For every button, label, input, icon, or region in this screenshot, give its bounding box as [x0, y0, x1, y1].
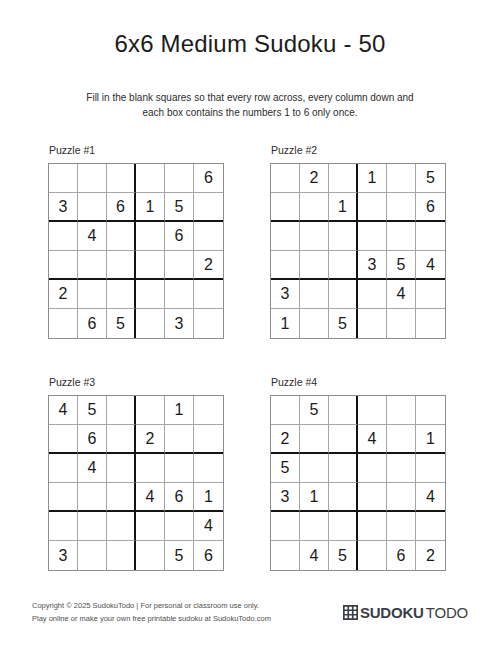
sudoku-cell: 3 [358, 251, 387, 280]
sudoku-cell: 4 [194, 512, 223, 541]
sudoku-cell [271, 541, 300, 570]
sudoku-cell: 2 [300, 164, 329, 193]
sudoku-cell [194, 454, 223, 483]
sudoku-cell [107, 425, 136, 454]
sudoku-cell [271, 512, 300, 541]
sudoku-cell [49, 425, 78, 454]
sudoku-cell [271, 222, 300, 251]
sudoku-cell: 5 [387, 251, 416, 280]
sudoku-cell [300, 193, 329, 222]
sudoku-cell: 4 [416, 483, 445, 512]
sudoku-cell [416, 454, 445, 483]
printable-sudoku-page: 6x6 Medium Sudoku - 50 Fill in the blank… [0, 0, 500, 647]
sudoku-cell: 6 [194, 541, 223, 570]
sudoku-cell [300, 222, 329, 251]
sudoku-cell [49, 251, 78, 280]
sudoku-cell [165, 251, 194, 280]
sudoku-cell: 1 [271, 309, 300, 338]
sudoku-cell: 2 [49, 280, 78, 309]
sudoku-cell [358, 396, 387, 425]
sudoku-board: 215163543415 [270, 163, 446, 339]
instructions-line-1: Fill in the blank squares so that every … [0, 90, 500, 105]
sudoku-cell [300, 280, 329, 309]
copyright-line-2: Play online or make your own free printa… [32, 612, 271, 625]
sudoku-board: 4516244614356 [48, 395, 224, 571]
sudoku-cell [78, 251, 107, 280]
sudoku-cell [49, 454, 78, 483]
sudoku-cell [136, 280, 165, 309]
sudoku-cell [49, 512, 78, 541]
sudoku-cell [165, 164, 194, 193]
puzzle-label: Puzzle #1 [49, 145, 224, 156]
sudoku-cell [387, 483, 416, 512]
sudoku-cell [271, 164, 300, 193]
sudoku-cell: 4 [49, 396, 78, 425]
footer-copyright: Copyright © 2025 SudokuTodo | For person… [32, 599, 271, 625]
sudoku-cell: 1 [194, 483, 223, 512]
sudoku-cell [329, 512, 358, 541]
sudoku-cell [300, 251, 329, 280]
sudoku-cell [107, 164, 136, 193]
sudoku-cell: 6 [194, 164, 223, 193]
puzzle-block-2: Puzzle #2 215163543415 [270, 145, 446, 339]
sudoku-cell: 6 [107, 193, 136, 222]
sudoku-cell: 1 [329, 193, 358, 222]
sudoku-cell: 5 [78, 396, 107, 425]
puzzle-label: Puzzle #2 [271, 145, 446, 156]
sudoku-cell [387, 425, 416, 454]
sudoku-cell [358, 512, 387, 541]
sudoku-cell [136, 541, 165, 570]
sudoku-cell [416, 222, 445, 251]
page-title: 6x6 Medium Sudoku - 50 [0, 30, 500, 58]
sudoku-cell [136, 164, 165, 193]
sudoku-cell [136, 251, 165, 280]
copyright-line-1: Copyright © 2025 SudokuTodo | For person… [32, 599, 271, 612]
sudoku-cell [358, 280, 387, 309]
sudoku-cell [358, 309, 387, 338]
sudoku-cell [271, 396, 300, 425]
puzzle-block-1: Puzzle #1 636154622653 [48, 145, 224, 339]
sudoku-cell [387, 222, 416, 251]
sudoku-cell [165, 280, 194, 309]
sudoku-cell [78, 541, 107, 570]
sudoku-board: 636154622653 [48, 163, 224, 339]
instructions: Fill in the blank squares so that every … [0, 90, 500, 120]
sudoku-cell [387, 396, 416, 425]
sudoku-cell: 6 [78, 309, 107, 338]
sudoku-cell [136, 512, 165, 541]
sudoku-cell [329, 222, 358, 251]
sudoku-cell: 4 [78, 454, 107, 483]
sudoku-cell [49, 483, 78, 512]
sudoku-cell: 1 [416, 425, 445, 454]
sudoku-cell [136, 222, 165, 251]
sudoku-cell: 4 [136, 483, 165, 512]
sudoku-cell: 1 [300, 483, 329, 512]
sudoku-cell [78, 512, 107, 541]
sudoku-cell [165, 454, 194, 483]
sudoku-cell [194, 193, 223, 222]
sudoku-cell [358, 454, 387, 483]
sudoku-cell: 5 [329, 541, 358, 570]
sudoku-cell [165, 425, 194, 454]
instructions-line-2: each box contains the numbers 1 to 6 onl… [0, 105, 500, 120]
sudoku-cell [194, 396, 223, 425]
sudoku-cell: 4 [358, 425, 387, 454]
sudoku-cell [136, 396, 165, 425]
sudoku-cell [387, 164, 416, 193]
sudoku-cell [49, 222, 78, 251]
sudoku-cell [107, 396, 136, 425]
sudoku-cell: 3 [271, 280, 300, 309]
sudoku-cell [329, 483, 358, 512]
sudoku-cell [358, 193, 387, 222]
sudoku-cell: 5 [271, 454, 300, 483]
logo-text-light: TODO [426, 604, 468, 621]
sudoku-cell [329, 396, 358, 425]
sudoku-cell [271, 193, 300, 222]
sudoku-cell: 4 [387, 280, 416, 309]
sudoku-cell: 6 [165, 222, 194, 251]
logo-text-bold: SUDOKU [360, 604, 424, 621]
sudoku-cell [136, 454, 165, 483]
sudoku-cell: 2 [416, 541, 445, 570]
sudoku-cell: 1 [165, 396, 194, 425]
sudoku-cell [194, 309, 223, 338]
sudoku-cell [194, 222, 223, 251]
sudoku-cell [416, 512, 445, 541]
sudoku-cell: 6 [165, 483, 194, 512]
sudoku-cell [387, 193, 416, 222]
sudoku-cell: 4 [300, 541, 329, 570]
sudoku-cell: 3 [49, 193, 78, 222]
sudoku-cell [194, 425, 223, 454]
sudoku-cell [271, 251, 300, 280]
sudoku-cell: 6 [387, 541, 416, 570]
sudoku-cell: 3 [165, 309, 194, 338]
sudoku-cell [107, 222, 136, 251]
sudoku-cell: 5 [107, 309, 136, 338]
sudoku-cell [107, 251, 136, 280]
sudoku-cell: 5 [300, 396, 329, 425]
sudoku-board: 524153144562 [270, 395, 446, 571]
sudoku-cell [329, 164, 358, 193]
sudoku-cell [329, 280, 358, 309]
sudoku-cell [358, 541, 387, 570]
sudoku-cell [136, 309, 165, 338]
sudoku-cell [300, 309, 329, 338]
sudoku-cell [107, 541, 136, 570]
sudoku-cell [78, 164, 107, 193]
sudoku-cell: 5 [165, 541, 194, 570]
sudoku-cell [300, 512, 329, 541]
sudoku-cell: 6 [78, 425, 107, 454]
sudoku-cell: 1 [358, 164, 387, 193]
sudoku-cell: 1 [136, 193, 165, 222]
sudoku-cell [329, 251, 358, 280]
sudoku-cell [78, 280, 107, 309]
sudoku-cell [387, 512, 416, 541]
sudoku-cell: 4 [416, 251, 445, 280]
sudoku-cell: 6 [416, 193, 445, 222]
sudoku-cell [416, 309, 445, 338]
sudoku-cell [358, 483, 387, 512]
sudoku-cell [49, 309, 78, 338]
sudoku-cell [358, 222, 387, 251]
puzzle-label: Puzzle #3 [49, 377, 224, 388]
sudoku-cell [107, 483, 136, 512]
sudoku-cell [78, 483, 107, 512]
sudoku-cell [194, 280, 223, 309]
sudoku-cell [78, 193, 107, 222]
sudokutodo-logo: SUDOKUTODO [343, 604, 468, 621]
sudoku-cell: 3 [49, 541, 78, 570]
sudoku-cell [329, 425, 358, 454]
puzzle-block-3: Puzzle #3 4516244614356 [48, 377, 224, 571]
sudoku-cell: 5 [165, 193, 194, 222]
sudoku-cell [107, 454, 136, 483]
sudoku-cell [300, 425, 329, 454]
sudoku-cell [329, 454, 358, 483]
sudoku-cell [387, 454, 416, 483]
sudoku-cell [107, 280, 136, 309]
sudoku-cell: 2 [136, 425, 165, 454]
sudoku-cell: 4 [78, 222, 107, 251]
sudoku-cell: 5 [416, 164, 445, 193]
sudoku-cell: 5 [329, 309, 358, 338]
sudoku-cell [107, 512, 136, 541]
puzzle-label: Puzzle #4 [271, 377, 446, 388]
sudoku-cell [165, 512, 194, 541]
sudoku-cell [387, 309, 416, 338]
sudoku-grid-icon [343, 605, 358, 620]
sudoku-cell: 2 [271, 425, 300, 454]
sudoku-cell [49, 164, 78, 193]
sudoku-cell [416, 280, 445, 309]
sudoku-cell [416, 396, 445, 425]
sudoku-cell [300, 454, 329, 483]
sudoku-cell: 2 [194, 251, 223, 280]
sudoku-cell: 3 [271, 483, 300, 512]
puzzle-block-4: Puzzle #4 524153144562 [270, 377, 446, 571]
